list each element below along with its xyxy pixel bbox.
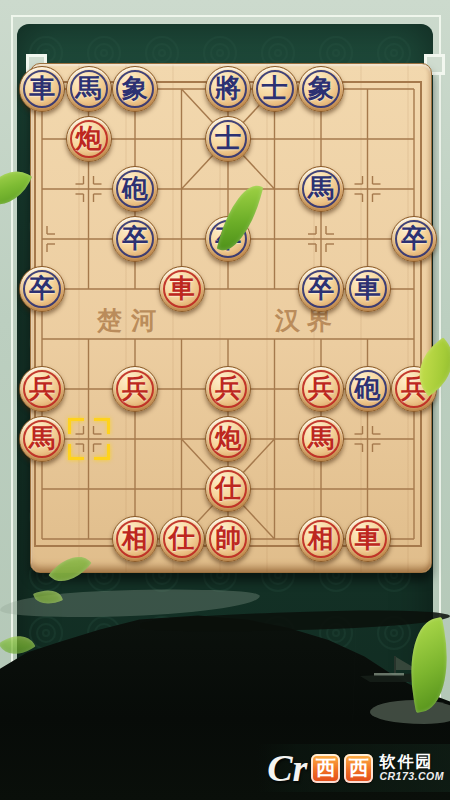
board-intersections: 車馬象將士象炮士砲馬卒卒卒卒車卒車兵兵兵兵砲兵馬 炮馬仕相仕帥相車	[19, 64, 438, 564]
piece-red-soldier[interactable]: 兵	[298, 366, 344, 412]
piece-black-horse[interactable]: 馬	[298, 166, 344, 212]
board-cell-2-1[interactable]	[65, 164, 112, 214]
board-cell-5-2[interactable]	[112, 314, 159, 364]
piece-black-elephant[interactable]: 象	[112, 66, 158, 112]
logo-box-2: 西	[344, 754, 373, 783]
board-cell-4-0[interactable]: 卒	[19, 264, 66, 314]
board-cell-4-2[interactable]	[112, 264, 159, 314]
app-screen: { "game": { "name": "Xiangqi (Chinese Ch…	[0, 0, 450, 800]
piece-black-chariot[interactable]: 車	[345, 266, 391, 312]
board-cell-5-5[interactable]	[251, 314, 298, 364]
piece-red-horse[interactable]: 馬	[298, 416, 344, 462]
board-cell-9-7[interactable]: 車	[344, 514, 391, 564]
board-cell-5-0[interactable]	[19, 314, 66, 364]
board-cell-4-4[interactable]	[205, 264, 252, 314]
board-cell-5-4[interactable]	[205, 314, 252, 364]
board-cell-0-6[interactable]: 象	[298, 64, 345, 114]
piece-red-cannon[interactable]: 炮	[205, 416, 251, 462]
piece-red-chariot[interactable]: 車	[159, 266, 205, 312]
board-cell-7-3[interactable]	[158, 414, 205, 464]
board-cell-1-8[interactable]	[391, 114, 438, 164]
board-cell-4-6[interactable]: 卒	[298, 264, 345, 314]
board-cell-4-8[interactable]	[391, 264, 438, 314]
piece-black-chariot[interactable]: 車	[19, 66, 65, 112]
piece-black-soldier[interactable]: 卒	[391, 216, 437, 262]
watermark-logo: Cr 西 西 软件园 CR173.COM	[257, 744, 450, 792]
board-cell-8-7[interactable]	[344, 464, 391, 514]
board-cell-6-2[interactable]: 兵	[112, 364, 159, 414]
board-cell-4-3[interactable]: 車	[158, 264, 205, 314]
piece-red-soldier[interactable]: 兵	[19, 366, 65, 412]
piece-black-elephant[interactable]: 象	[298, 66, 344, 112]
piece-black-soldier[interactable]: 卒	[19, 266, 65, 312]
piece-red-advisor[interactable]: 仕	[205, 466, 251, 512]
board-cell-1-6[interactable]	[298, 114, 345, 164]
piece-red-soldier[interactable]: 兵	[112, 366, 158, 412]
last-move-highlight	[68, 418, 110, 460]
piece-black-cannon[interactable]: 砲	[345, 366, 391, 412]
board-cell-1-7[interactable]	[344, 114, 391, 164]
piece-red-elephant[interactable]: 相	[298, 516, 344, 562]
board-cell-4-1[interactable]	[65, 264, 112, 314]
board-cell-4-7[interactable]: 車	[344, 264, 391, 314]
piece-red-chariot[interactable]: 車	[345, 516, 391, 562]
board-cell-5-1[interactable]	[65, 314, 112, 364]
board-cell-0-1[interactable]: 馬	[65, 64, 112, 114]
board-cell-8-2[interactable]	[112, 464, 159, 514]
board-cell-2-0[interactable]	[19, 164, 66, 214]
board-cell-2-3[interactable]	[158, 164, 205, 214]
board-cell-7-1[interactable]	[65, 414, 112, 464]
board-cell-2-2[interactable]: 砲	[112, 164, 159, 214]
board-cell-6-7[interactable]: 砲	[344, 364, 391, 414]
board-cell-1-4[interactable]: 士	[205, 114, 252, 164]
board-cell-7-4[interactable]: 炮	[205, 414, 252, 464]
board-cell-0-5[interactable]: 士	[251, 64, 298, 114]
piece-black-advisor[interactable]: 士	[205, 116, 251, 162]
board-cell-8-4[interactable]: 仕	[205, 464, 252, 514]
board-cell-9-3[interactable]: 仕	[158, 514, 205, 564]
board-cell-8-1[interactable]	[65, 464, 112, 514]
board-cell-3-5[interactable]	[251, 214, 298, 264]
board-cell-7-6[interactable]: 馬	[298, 414, 345, 464]
board-cell-7-2[interactable]	[112, 414, 159, 464]
board-cell-3-2[interactable]: 卒	[112, 214, 159, 264]
board-cell-6-1[interactable]	[65, 364, 112, 414]
board-cell-1-3[interactable]	[158, 114, 205, 164]
board-cell-2-7[interactable]	[344, 164, 391, 214]
board-cell-3-1[interactable]	[65, 214, 112, 264]
board-cell-8-3[interactable]	[158, 464, 205, 514]
piece-black-advisor[interactable]: 士	[252, 66, 298, 112]
xiangqi-board: 楚河 汉界 車馬象將士象炮士砲馬卒卒卒卒車卒車兵兵兵兵砲兵馬 炮馬仕相仕帥相車	[30, 63, 432, 573]
piece-red-horse[interactable]: 馬	[19, 416, 65, 462]
board-cell-3-6[interactable]	[298, 214, 345, 264]
board-cell-8-6[interactable]	[298, 464, 345, 514]
board-cell-9-0[interactable]	[19, 514, 66, 564]
board-cell-5-3[interactable]	[158, 314, 205, 364]
board-cell-1-5[interactable]	[251, 114, 298, 164]
logo-site-name: 软件园	[379, 753, 433, 771]
board-cell-3-8[interactable]: 卒	[391, 214, 438, 264]
board-cell-0-0[interactable]: 車	[19, 64, 66, 114]
board-cell-7-0[interactable]: 馬	[19, 414, 66, 464]
board-cell-9-4[interactable]: 帥	[205, 514, 252, 564]
board-cell-8-5[interactable]	[251, 464, 298, 514]
board-cell-5-7[interactable]	[344, 314, 391, 364]
piece-red-cannon[interactable]: 炮	[66, 116, 112, 162]
board-cell-0-2[interactable]: 象	[112, 64, 159, 114]
piece-black-cannon[interactable]: 砲	[112, 166, 158, 212]
board-cell-3-0[interactable]	[19, 214, 66, 264]
board-cell-1-2[interactable]	[112, 114, 159, 164]
board-cell-6-3[interactable]	[158, 364, 205, 414]
piece-red-soldier[interactable]: 兵	[205, 366, 251, 412]
board-cell-3-7[interactable]	[344, 214, 391, 264]
board-cell-8-0[interactable]	[19, 464, 66, 514]
board-cell-6-5[interactable]	[251, 364, 298, 414]
piece-red-advisor[interactable]: 仕	[159, 516, 205, 562]
board-cell-0-4[interactable]: 將	[205, 64, 252, 114]
piece-black-horse[interactable]: 馬	[66, 66, 112, 112]
board-cell-0-8[interactable]	[391, 64, 438, 114]
board-cell-9-2[interactable]: 相	[112, 514, 159, 564]
board-cell-8-8[interactable]	[391, 464, 438, 514]
board-cell-7-5[interactable]	[251, 414, 298, 464]
board-cell-9-8[interactable]	[391, 514, 438, 564]
piece-black-general[interactable]: 將	[205, 66, 251, 112]
piece-red-elephant[interactable]: 相	[112, 516, 158, 562]
board-cell-2-6[interactable]: 馬	[298, 164, 345, 214]
logo-box-1: 西	[311, 754, 340, 783]
piece-red-general[interactable]: 帥	[205, 516, 251, 562]
board-cell-7-7[interactable]	[344, 414, 391, 464]
board-cell-3-3[interactable]	[158, 214, 205, 264]
board-cell-4-5[interactable]	[251, 264, 298, 314]
board-cell-1-1[interactable]: 炮	[65, 114, 112, 164]
board-cell-0-3[interactable]	[158, 64, 205, 114]
board-cell-0-7[interactable]	[344, 64, 391, 114]
piece-black-soldier[interactable]: 卒	[298, 266, 344, 312]
board-cell-6-4[interactable]: 兵	[205, 364, 252, 414]
board-cell-9-6[interactable]: 相	[298, 514, 345, 564]
logo-site-url: CR173.COM	[379, 771, 444, 783]
board-cell-1-0[interactable]	[19, 114, 66, 164]
board-cell-6-6[interactable]: 兵	[298, 364, 345, 414]
piece-black-soldier[interactable]: 卒	[112, 216, 158, 262]
board-cell-6-0[interactable]: 兵	[19, 364, 66, 414]
board-cell-7-8[interactable]	[391, 414, 438, 464]
logo-glyph: Cr	[267, 746, 307, 790]
board-cell-9-5[interactable]	[251, 514, 298, 564]
board-cell-5-6[interactable]	[298, 314, 345, 364]
board-cell-2-8[interactable]	[391, 164, 438, 214]
